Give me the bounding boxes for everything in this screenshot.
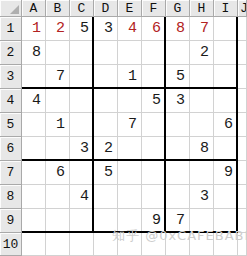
cell-A3[interactable] (22, 65, 46, 89)
cell-C7[interactable] (70, 161, 94, 185)
cell-J4[interactable] (238, 89, 247, 113)
cell-E2[interactable] (118, 41, 142, 65)
cell-J3[interactable] (238, 65, 247, 89)
cell-I4[interactable] (214, 89, 238, 113)
cell-H7[interactable] (190, 161, 214, 185)
cell-C3[interactable] (70, 65, 94, 89)
cell-D5[interactable] (94, 113, 118, 137)
cell-H2[interactable]: 2 (190, 41, 214, 65)
cell-A4[interactable]: 4 (22, 89, 46, 113)
sudoku-box-border-vertical-3 (236, 17, 238, 233)
cell-C6[interactable]: 3 (70, 137, 94, 161)
cell-I8[interactable] (214, 185, 238, 209)
sudoku-box-border-horizontal-2 (22, 159, 238, 161)
cell-F8[interactable] (142, 185, 166, 209)
cell-A7[interactable] (22, 161, 46, 185)
cell-G1[interactable]: 8 (166, 17, 190, 41)
column-header-A[interactable]: A (22, 0, 46, 17)
cell-I7[interactable]: 9 (214, 161, 238, 185)
cell-C9[interactable] (70, 209, 94, 233)
cell-E7[interactable] (118, 161, 142, 185)
sudoku-box-border-horizontal-1 (22, 87, 238, 89)
select-all-triangle-icon (10, 5, 19, 14)
cell-C8[interactable]: 4 (70, 185, 94, 209)
cell-D2[interactable] (94, 41, 118, 65)
cell-H8[interactable]: 3 (190, 185, 214, 209)
row-header-10[interactable]: 10 (0, 233, 22, 256)
cell-G8[interactable] (166, 185, 190, 209)
cell-A9[interactable] (22, 209, 46, 233)
column-header-I[interactable]: I (214, 0, 238, 17)
cell-G5[interactable] (166, 113, 190, 137)
row-header-9[interactable]: 9 (0, 209, 22, 233)
cell-B6[interactable] (46, 137, 70, 161)
cell-B8[interactable] (46, 185, 70, 209)
cell-D4[interactable] (94, 89, 118, 113)
cell-F5[interactable] (142, 113, 166, 137)
cell-H4[interactable] (190, 89, 214, 113)
cell-E6[interactable] (118, 137, 142, 161)
cell-F2[interactable] (142, 41, 166, 65)
column-header-F[interactable]: F (142, 0, 166, 17)
cell-J2[interactable] (238, 41, 247, 65)
cell-A8[interactable] (22, 185, 46, 209)
cell-E8[interactable] (118, 185, 142, 209)
select-all-corner[interactable] (0, 0, 22, 17)
column-header-G[interactable]: G (166, 0, 190, 17)
cell-C2[interactable] (70, 41, 94, 65)
cell-A6[interactable] (22, 137, 46, 161)
cell-E5[interactable]: 7 (118, 113, 142, 137)
column-header-E[interactable]: E (118, 0, 142, 17)
sudoku-box-border-vertical-1 (92, 17, 94, 233)
cell-E4[interactable] (118, 89, 142, 113)
cell-F1[interactable]: 6 (142, 17, 166, 41)
cell-F3[interactable] (142, 65, 166, 89)
cell-B3[interactable]: 7 (46, 65, 70, 89)
cell-B10[interactable] (46, 233, 70, 256)
cell-B7[interactable]: 6 (46, 161, 70, 185)
cell-J7[interactable] (238, 161, 247, 185)
cell-A2[interactable]: 8 (22, 41, 46, 65)
cell-B5[interactable]: 1 (46, 113, 70, 137)
cell-F7[interactable] (142, 161, 166, 185)
cell-F4[interactable]: 5 (142, 89, 166, 113)
cell-J8[interactable] (238, 185, 247, 209)
cell-E3[interactable]: 1 (118, 65, 142, 89)
cell-I3[interactable] (214, 65, 238, 89)
cell-B2[interactable] (46, 41, 70, 65)
cell-D1[interactable]: 3 (94, 17, 118, 41)
cell-I1[interactable] (214, 17, 238, 41)
cell-D6[interactable]: 2 (94, 137, 118, 161)
cell-B4[interactable] (46, 89, 70, 113)
row-header-1[interactable]: 1 (0, 17, 22, 41)
column-header-C[interactable]: C (70, 0, 94, 17)
cell-H1[interactable]: 7 (190, 17, 214, 41)
sudoku-box-border-vertical-2 (164, 17, 166, 233)
cell-D7[interactable]: 5 (94, 161, 118, 185)
column-header-D[interactable]: D (94, 0, 118, 17)
cell-J1[interactable] (238, 17, 247, 41)
cell-A10[interactable] (22, 233, 46, 256)
cell-G2[interactable] (166, 41, 190, 65)
cell-C1[interactable]: 5 (70, 17, 94, 41)
cell-E1[interactable]: 4 (118, 17, 142, 41)
row-header-6[interactable]: 6 (0, 137, 22, 161)
cell-J5[interactable] (238, 113, 247, 137)
row-header-2[interactable]: 2 (0, 41, 22, 65)
spreadsheet-sudoku: ABCDEFGHIJ112534687282371544535176632876… (0, 0, 247, 256)
row-header-7[interactable]: 7 (0, 161, 22, 185)
cell-A5[interactable] (22, 113, 46, 137)
cell-A1[interactable]: 1 (22, 17, 46, 41)
row-header-3[interactable]: 3 (0, 65, 22, 89)
sheet-grid: ABCDEFGHIJ112534687282371544535176632876… (0, 0, 247, 256)
watermark: 知乎 @0xCAFEBABE (112, 227, 247, 245)
cell-I2[interactable] (214, 41, 238, 65)
row-header-5[interactable]: 5 (0, 113, 22, 137)
cell-B9[interactable] (46, 209, 70, 233)
cell-H3[interactable] (190, 65, 214, 89)
cell-C4[interactable] (70, 89, 94, 113)
cell-H6[interactable]: 8 (190, 137, 214, 161)
cell-J6[interactable] (238, 137, 247, 161)
cell-G6[interactable] (166, 137, 190, 161)
row-header-8[interactable]: 8 (0, 185, 22, 209)
cell-B1[interactable]: 2 (46, 17, 70, 41)
cell-G4[interactable]: 3 (166, 89, 190, 113)
column-header-J[interactable]: J (238, 0, 247, 17)
cell-H5[interactable] (190, 113, 214, 137)
column-header-H[interactable]: H (190, 0, 214, 17)
cell-D8[interactable] (94, 185, 118, 209)
row-header-4[interactable]: 4 (0, 89, 22, 113)
column-header-B[interactable]: B (46, 0, 70, 17)
cell-G3[interactable]: 5 (166, 65, 190, 89)
cell-F6[interactable] (142, 137, 166, 161)
cell-I6[interactable] (214, 137, 238, 161)
cell-G7[interactable] (166, 161, 190, 185)
cell-C5[interactable] (70, 113, 94, 137)
cell-C10[interactable] (70, 233, 94, 256)
cell-I5[interactable]: 6 (214, 113, 238, 137)
cell-D3[interactable] (94, 65, 118, 89)
